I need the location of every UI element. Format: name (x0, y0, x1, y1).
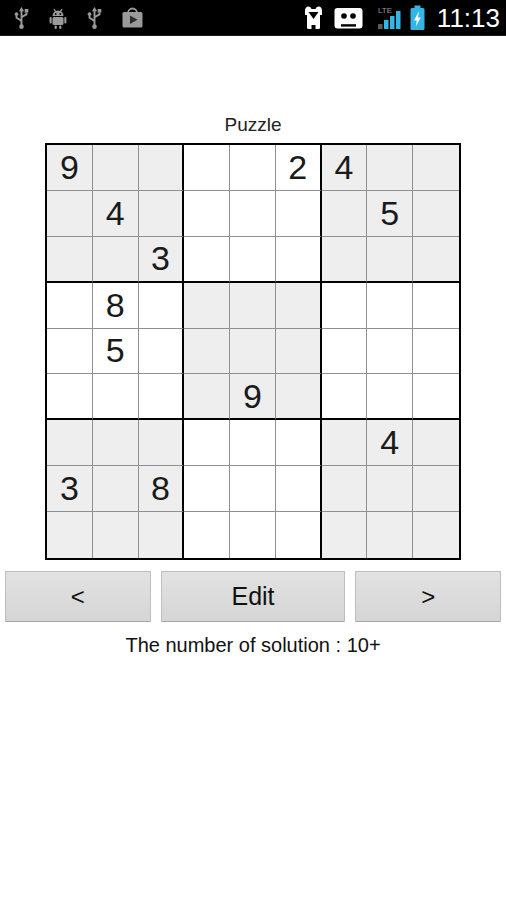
cell-r8c7[interactable] (322, 466, 368, 512)
cell-r2c5[interactable] (230, 191, 276, 237)
cell-r4c1[interactable] (47, 283, 93, 329)
cell-r8c9[interactable] (413, 466, 459, 512)
lte-signal-icon: LTE (371, 4, 402, 31)
adb-android-icon (46, 6, 70, 30)
cell-r2c9[interactable] (413, 191, 459, 237)
cell-r5c6[interactable] (276, 329, 322, 375)
cell-r4c3[interactable] (139, 283, 185, 329)
cell-r7c8[interactable]: 4 (367, 420, 413, 466)
cell-r9c1[interactable] (47, 512, 93, 558)
previous-puzzle-button[interactable]: < (5, 571, 151, 622)
cell-r4c9[interactable] (413, 283, 459, 329)
cell-r3c9[interactable] (413, 237, 459, 283)
cell-r9c7[interactable] (322, 512, 368, 558)
cell-r6c8[interactable] (367, 374, 413, 420)
cell-r5c7[interactable] (322, 329, 368, 375)
cell-r4c5[interactable] (230, 283, 276, 329)
cell-r4c8[interactable] (367, 283, 413, 329)
cell-r9c2[interactable] (93, 512, 139, 558)
cell-r5c2[interactable]: 5 (93, 329, 139, 375)
cell-r3c1[interactable] (47, 237, 93, 283)
clock: 11:13 (437, 0, 500, 36)
play-store-icon (119, 5, 146, 30)
cell-r5c8[interactable] (367, 329, 413, 375)
cell-r7c6[interactable] (276, 420, 322, 466)
cell-r7c2[interactable] (93, 420, 139, 466)
cell-r9c8[interactable] (367, 512, 413, 558)
usb-icon (10, 6, 33, 30)
cell-r9c3[interactable] (139, 512, 185, 558)
cell-r9c9[interactable] (413, 512, 459, 558)
cell-r8c6[interactable] (276, 466, 322, 512)
cell-r1c1[interactable]: 9 (47, 145, 93, 191)
sudoku-board: 924453859438 (45, 143, 461, 560)
cell-r2c2[interactable]: 4 (93, 191, 139, 237)
cell-r7c7[interactable] (322, 420, 368, 466)
cell-r2c8[interactable]: 5 (367, 191, 413, 237)
cell-r7c5[interactable] (230, 420, 276, 466)
cell-r1c2[interactable] (93, 145, 139, 191)
cell-r1c6[interactable]: 2 (276, 145, 322, 191)
edit-button[interactable]: Edit (161, 571, 346, 622)
cell-r1c5[interactable] (230, 145, 276, 191)
robot-face-notification-icon (333, 5, 364, 31)
cell-r2c1[interactable] (47, 191, 93, 237)
cell-r3c4[interactable] (184, 237, 230, 283)
cell-r3c7[interactable] (322, 237, 368, 283)
cell-r6c4[interactable] (184, 374, 230, 420)
cell-r2c7[interactable] (322, 191, 368, 237)
cell-r1c4[interactable] (184, 145, 230, 191)
cell-r8c8[interactable] (367, 466, 413, 512)
cell-r7c9[interactable] (413, 420, 459, 466)
status-bar-right-icons: LTE 11:13 (301, 0, 500, 36)
cell-r1c9[interactable] (413, 145, 459, 191)
cell-r5c3[interactable] (139, 329, 185, 375)
cell-r8c2[interactable] (93, 466, 139, 512)
cell-r1c7[interactable]: 4 (322, 145, 368, 191)
cell-r7c1[interactable] (47, 420, 93, 466)
cell-r1c8[interactable] (367, 145, 413, 191)
cell-r9c6[interactable] (276, 512, 322, 558)
battery-charging-icon (409, 4, 426, 32)
cell-r1c3[interactable] (139, 145, 185, 191)
cell-r6c3[interactable] (139, 374, 185, 420)
cell-r9c5[interactable] (230, 512, 276, 558)
cell-r5c1[interactable] (47, 329, 93, 375)
cell-r5c9[interactable] (413, 329, 459, 375)
cell-r8c5[interactable] (230, 466, 276, 512)
vampire-notification-icon (301, 4, 326, 31)
solution-count-text: The number of solution : 10+ (0, 634, 506, 657)
cell-r6c7[interactable] (322, 374, 368, 420)
cell-r9c4[interactable] (184, 512, 230, 558)
cell-r5c4[interactable] (184, 329, 230, 375)
cell-r6c9[interactable] (413, 374, 459, 420)
cell-r3c3[interactable]: 3 (139, 237, 185, 283)
usb-icon (83, 6, 106, 30)
status-bar: LTE 11:13 (0, 0, 506, 36)
cell-r4c2[interactable]: 8 (93, 283, 139, 329)
cell-r3c8[interactable] (367, 237, 413, 283)
cell-r6c6[interactable] (276, 374, 322, 420)
cell-r7c3[interactable] (139, 420, 185, 466)
cell-r2c3[interactable] (139, 191, 185, 237)
cell-r3c2[interactable] (93, 237, 139, 283)
cell-r4c6[interactable] (276, 283, 322, 329)
cell-r3c5[interactable] (230, 237, 276, 283)
cell-r8c1[interactable]: 3 (47, 466, 93, 512)
cell-r4c7[interactable] (322, 283, 368, 329)
cell-r2c4[interactable] (184, 191, 230, 237)
cell-r4c4[interactable] (184, 283, 230, 329)
next-puzzle-button[interactable]: > (355, 571, 501, 622)
page-title: Puzzle (0, 114, 506, 136)
toolbar: < Edit > (0, 571, 506, 622)
cell-r6c5[interactable]: 9 (230, 374, 276, 420)
cell-r3c6[interactable] (276, 237, 322, 283)
status-bar-left-icons (10, 5, 146, 30)
cell-r8c3[interactable]: 8 (139, 466, 185, 512)
cell-r2c6[interactable] (276, 191, 322, 237)
cell-r6c1[interactable] (47, 374, 93, 420)
cell-r8c4[interactable] (184, 466, 230, 512)
cell-r5c5[interactable] (230, 329, 276, 375)
cell-r7c4[interactable] (184, 420, 230, 466)
lte-label: LTE (378, 6, 392, 15)
cell-r6c2[interactable] (93, 374, 139, 420)
